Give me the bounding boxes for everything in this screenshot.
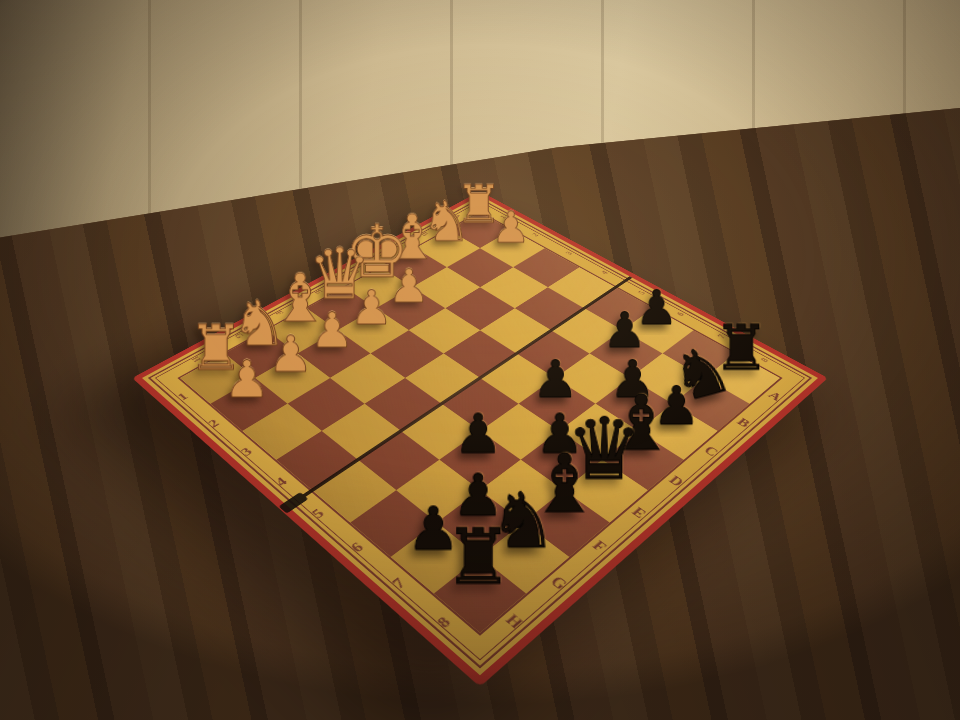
far-rank-label-4: 4: [599, 270, 609, 276]
rank-label-2: 2: [206, 417, 223, 430]
white-pawn-h2[interactable]: ♟: [186, 353, 309, 404]
board-hinge: [278, 492, 308, 514]
far-rank-label-3: 3: [564, 250, 574, 256]
square-h8[interactable]: ♜: [434, 557, 526, 633]
rank-label-4: 4: [273, 475, 291, 489]
file-label-H: H: [501, 611, 526, 632]
rank-label-5: 5: [309, 506, 328, 521]
file-label-A: A: [765, 389, 784, 403]
rank-label-8: 8: [433, 613, 455, 631]
rank-label-3: 3: [238, 445, 255, 458]
photo-scene: ♜♟♟♜♞♟♞♝♟♟♚♟♟♝♛♟♟♛♝♟♟♝♞♟♟♞♜♟♟♜ 1A1A2B2B3…: [0, 0, 960, 720]
black-rook-h8[interactable]: ♜: [404, 519, 552, 595]
